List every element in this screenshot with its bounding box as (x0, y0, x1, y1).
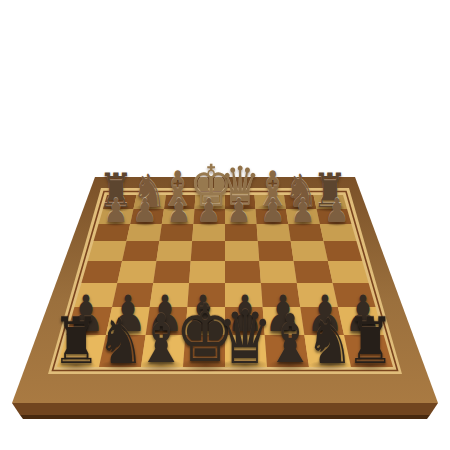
piece-white-pawn-g2[interactable]: ♟ (133, 194, 158, 227)
piece-white-pawn-d2[interactable]: ♟ (227, 194, 252, 227)
piece-white-pawn-f2[interactable]: ♟ (167, 194, 192, 227)
square-a5[interactable] (328, 261, 369, 283)
piece-black-rook-h8[interactable]: ♜ (52, 309, 100, 373)
square-e4[interactable] (191, 241, 225, 261)
chessboard-photo: ♜♞♝♚♛♝♞♜♟♟♟♟♟♟♟♟♟♟♟♟♟♟♟♟♜♞♝♚♛♝♞♜ (0, 0, 450, 450)
square-f4[interactable] (156, 241, 192, 261)
square-c5[interactable] (259, 261, 296, 283)
square-g4[interactable] (122, 241, 159, 261)
square-h4[interactable] (88, 241, 127, 261)
square-e5[interactable] (189, 261, 225, 283)
square-d5[interactable] (225, 261, 261, 283)
piece-white-pawn-b2[interactable]: ♟ (290, 194, 315, 227)
piece-white-pawn-c2[interactable]: ♟ (261, 194, 286, 227)
square-f5[interactable] (153, 261, 190, 283)
square-h5[interactable] (81, 261, 122, 283)
chess-board (0, 0, 450, 450)
board-bottom-edge (20, 415, 430, 419)
square-a4[interactable] (324, 241, 363, 261)
piece-white-pawn-a2[interactable]: ♟ (324, 194, 349, 227)
square-d4[interactable] (225, 241, 259, 261)
piece-white-pawn-e2[interactable]: ♟ (197, 194, 222, 227)
square-b4[interactable] (291, 241, 328, 261)
piece-white-pawn-h2[interactable]: ♟ (103, 194, 128, 227)
piece-black-rook-a8[interactable]: ♜ (346, 309, 394, 373)
square-b5[interactable] (294, 261, 333, 283)
square-c4[interactable] (258, 241, 294, 261)
square-g5[interactable] (117, 261, 156, 283)
board-bevel-edge (12, 403, 438, 415)
